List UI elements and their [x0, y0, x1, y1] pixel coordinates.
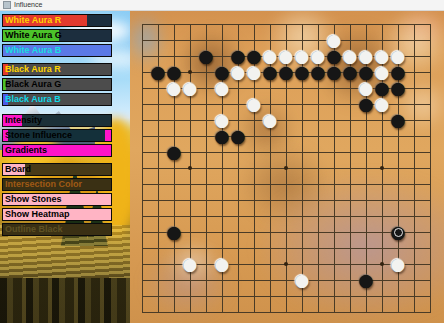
intersection-color-button[interactable]: Intersection Color [2, 178, 112, 191]
black-stone: ● [358, 64, 374, 80]
title-bar[interactable]: Influence [0, 0, 444, 11]
white-stone: ● [166, 80, 182, 96]
last-move-marker [394, 228, 403, 237]
button-label: Intensity [5, 115, 109, 126]
black-stone: ● [166, 144, 182, 160]
white-stone: ● [310, 48, 326, 64]
show-stones-button[interactable]: Show Stones [2, 193, 112, 206]
white-stone: ● [294, 48, 310, 64]
white-aura-g-button[interactable]: White Aura G [2, 29, 112, 42]
black-stone: ● [390, 64, 406, 80]
white-stone: ● [358, 80, 374, 96]
black-stone: ● [214, 128, 230, 144]
sidebar: White Aura RWhite Aura GWhite Aura BBlac… [2, 14, 112, 238]
hoshi-point [284, 70, 288, 74]
black-stone: ● [262, 64, 278, 80]
window-title: Influence [14, 0, 42, 10]
button-label: Intersection Color [5, 179, 109, 190]
white-stone: ● [182, 80, 198, 96]
black-stone: ● [214, 64, 230, 80]
button-label: Outline Black [5, 224, 109, 235]
white-aura-b-button[interactable]: White Aura B [2, 44, 112, 57]
black-stone: ● [358, 272, 374, 288]
white-stone: ● [278, 48, 294, 64]
black-stone: ● [310, 64, 326, 80]
black-stone: ● [166, 64, 182, 80]
black-stone: ● [294, 64, 310, 80]
go-board[interactable]: ●●●●●●●●●●●●●●●●●●●●●●●●●●●●●●●●●●●●●●●●… [130, 10, 444, 323]
gradients-button[interactable]: Gradients [2, 144, 112, 157]
button-group: Black Aura RBlack Aura GBlack Aura B [2, 63, 112, 106]
black-stone: ● [374, 80, 390, 96]
board-grid[interactable]: ●●●●●●●●●●●●●●●●●●●●●●●●●●●●●●●●●●●●●●●●… [142, 24, 431, 313]
white-stone: ● [294, 272, 310, 288]
white-stone: ● [262, 48, 278, 64]
white-stone: ● [374, 96, 390, 112]
black-stone: ● [358, 96, 374, 112]
button-label: Gradients [5, 145, 109, 156]
button-label: Board [5, 164, 109, 175]
black-stone: ● [326, 64, 342, 80]
black-stone: ● [230, 128, 246, 144]
white-stone: ● [246, 64, 262, 80]
button-label: White Aura B [5, 45, 109, 56]
board-button[interactable]: Board [2, 163, 112, 176]
show-heatmap-button[interactable]: Show Heatmap [2, 208, 112, 221]
button-label: Show Stones [5, 194, 109, 205]
white-stone: ● [358, 48, 374, 64]
white-stone: ● [214, 256, 230, 272]
button-group: IntensityStone InfluenceGradients [2, 114, 112, 157]
hoshi-point [284, 262, 288, 266]
button-label: White Aura R [5, 15, 109, 26]
white-stone: ● [326, 32, 342, 48]
black-stone: ● [390, 112, 406, 128]
black-aura-g-button[interactable]: Black Aura G [2, 78, 112, 91]
black-aura-r-button[interactable]: Black Aura R [2, 63, 112, 76]
white-stone: ● [214, 80, 230, 96]
white-stone: ● [390, 48, 406, 64]
button-label: Stone Influence [5, 130, 109, 141]
black-stone: ● [390, 80, 406, 96]
white-stone: ● [390, 256, 406, 272]
hoshi-point [188, 262, 192, 266]
hoshi-point [284, 166, 288, 170]
white-stone: ● [262, 112, 278, 128]
white-aura-r-button[interactable]: White Aura R [2, 14, 112, 27]
black-stone: ● [326, 48, 342, 64]
outline-black-button[interactable]: Outline Black [2, 223, 112, 236]
intensity-button[interactable]: Intensity [2, 114, 112, 127]
button-label: Show Heatmap [5, 209, 109, 220]
hoshi-point [188, 166, 192, 170]
app-window: Influence White Aura RWhite Aura GWhite … [0, 0, 444, 323]
hoshi-point [380, 166, 384, 170]
hoshi-point [380, 70, 384, 74]
white-stone: ● [230, 64, 246, 80]
stone-influence-button[interactable]: Stone Influence [2, 129, 112, 142]
black-stone: ● [230, 48, 246, 64]
black-stone: ● [198, 48, 214, 64]
black-stone: ● [246, 48, 262, 64]
button-label: Black Aura G [5, 79, 109, 90]
button-label: Black Aura B [5, 94, 109, 105]
black-stone: ● [150, 64, 166, 80]
button-group: BoardIntersection ColorShow StonesShow H… [2, 163, 112, 236]
white-stone: ● [246, 96, 262, 112]
black-aura-b-button[interactable]: Black Aura B [2, 93, 112, 106]
app-icon [3, 1, 11, 9]
hoshi-point [380, 262, 384, 266]
button-label: Black Aura R [5, 64, 109, 75]
white-stone: ● [214, 112, 230, 128]
white-stone: ● [342, 48, 358, 64]
white-stone: ● [374, 48, 390, 64]
hoshi-point [188, 70, 192, 74]
black-stone: ● [166, 224, 182, 240]
button-label: White Aura G [5, 30, 109, 41]
button-group: White Aura RWhite Aura GWhite Aura B [2, 14, 112, 57]
black-stone: ● [342, 64, 358, 80]
